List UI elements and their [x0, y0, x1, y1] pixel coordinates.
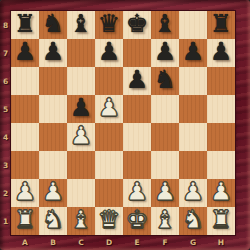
square-b3[interactable] — [39, 151, 67, 179]
rank-label-1: 1 — [0, 207, 11, 235]
square-a4[interactable] — [11, 123, 39, 151]
rank-label-3: 3 — [0, 151, 11, 179]
square-g5[interactable] — [179, 95, 207, 123]
rank-labels: 87654321 — [0, 11, 11, 235]
rank-label-6: 6 — [0, 67, 11, 95]
square-f2[interactable]: ♟ — [151, 179, 179, 207]
piece-black-pawn-e6[interactable]: ♟ — [126, 66, 148, 94]
piece-white-pawn-a2[interactable]: ♟ — [14, 178, 36, 206]
piece-black-rook-h8[interactable]: ♜ — [210, 10, 232, 38]
piece-black-pawn-d7[interactable]: ♟ — [98, 38, 120, 66]
square-a8[interactable]: ♜ — [11, 11, 39, 39]
piece-black-knight-f6[interactable]: ♞ — [154, 66, 176, 94]
square-b1[interactable]: ♞ — [39, 207, 67, 235]
square-g7[interactable]: ♟ — [179, 39, 207, 67]
piece-black-pawn-b7[interactable]: ♟ — [42, 38, 64, 66]
square-g6[interactable] — [179, 67, 207, 95]
square-c1[interactable]: ♝ — [67, 207, 95, 235]
file-label-b: B — [39, 235, 67, 250]
piece-white-pawn-e2[interactable]: ♟ — [126, 178, 148, 206]
square-d1[interactable]: ♛ — [95, 207, 123, 235]
square-e8[interactable]: ♚ — [123, 11, 151, 39]
rank-label-4: 4 — [0, 123, 11, 151]
piece-black-bishop-c8[interactable]: ♝ — [70, 10, 92, 38]
piece-black-knight-b8[interactable]: ♞ — [42, 10, 64, 38]
piece-white-pawn-g2[interactable]: ♟ — [182, 178, 204, 206]
square-d4[interactable] — [95, 123, 123, 151]
file-label-g: G — [179, 235, 207, 250]
square-f3[interactable] — [151, 151, 179, 179]
piece-white-knight-g1[interactable]: ♞ — [182, 206, 204, 234]
square-b7[interactable]: ♟ — [39, 39, 67, 67]
square-d5[interactable]: ♟ — [95, 95, 123, 123]
chess-board[interactable]: ♜♞♝♛♚♝♜♟♟♟♟♟♟♟♞♟♟♟♟♟♟♟♟♟♜♞♝♛♚♝♞♜ — [11, 11, 235, 235]
square-a2[interactable]: ♟ — [11, 179, 39, 207]
piece-white-rook-h1[interactable]: ♜ — [210, 206, 232, 234]
piece-white-bishop-f1[interactable]: ♝ — [154, 206, 176, 234]
square-a7[interactable]: ♟ — [11, 39, 39, 67]
square-c7[interactable] — [67, 39, 95, 67]
rank-label-8: 8 — [0, 11, 11, 39]
piece-white-pawn-c4[interactable]: ♟ — [70, 122, 92, 150]
square-d2[interactable] — [95, 179, 123, 207]
square-c8[interactable]: ♝ — [67, 11, 95, 39]
piece-black-pawn-h7[interactable]: ♟ — [210, 38, 232, 66]
square-e4[interactable] — [123, 123, 151, 151]
square-d7[interactable]: ♟ — [95, 39, 123, 67]
square-h8[interactable]: ♜ — [207, 11, 235, 39]
piece-black-king-e8[interactable]: ♚ — [126, 10, 148, 38]
piece-white-king-e1[interactable]: ♚ — [126, 206, 148, 234]
piece-white-pawn-d5[interactable]: ♟ — [98, 94, 120, 122]
file-label-c: C — [67, 235, 95, 250]
rank-label-7: 7 — [0, 39, 11, 67]
piece-black-pawn-f7[interactable]: ♟ — [154, 38, 176, 66]
square-c4[interactable]: ♟ — [67, 123, 95, 151]
square-f7[interactable]: ♟ — [151, 39, 179, 67]
file-label-e: E — [123, 235, 151, 250]
square-c2[interactable] — [67, 179, 95, 207]
file-label-d: D — [95, 235, 123, 250]
square-b6[interactable] — [39, 67, 67, 95]
square-e5[interactable] — [123, 95, 151, 123]
square-a5[interactable] — [11, 95, 39, 123]
piece-black-rook-a8[interactable]: ♜ — [14, 10, 36, 38]
piece-black-queen-d8[interactable]: ♛ — [98, 10, 120, 38]
file-label-h: H — [207, 235, 235, 250]
piece-black-bishop-f8[interactable]: ♝ — [154, 10, 176, 38]
square-e6[interactable]: ♟ — [123, 67, 151, 95]
square-b4[interactable] — [39, 123, 67, 151]
square-e3[interactable] — [123, 151, 151, 179]
square-a6[interactable] — [11, 67, 39, 95]
square-f4[interactable] — [151, 123, 179, 151]
piece-white-queen-d1[interactable]: ♛ — [98, 206, 120, 234]
square-d8[interactable]: ♛ — [95, 11, 123, 39]
square-h1[interactable]: ♜ — [207, 207, 235, 235]
square-g4[interactable] — [179, 123, 207, 151]
piece-black-pawn-a7[interactable]: ♟ — [14, 38, 36, 66]
square-f6[interactable]: ♞ — [151, 67, 179, 95]
square-g2[interactable]: ♟ — [179, 179, 207, 207]
square-g8[interactable] — [179, 11, 207, 39]
square-e7[interactable] — [123, 39, 151, 67]
file-labels: ABCDEFGH — [11, 235, 235, 250]
square-h7[interactable]: ♟ — [207, 39, 235, 67]
square-e2[interactable]: ♟ — [123, 179, 151, 207]
square-h6[interactable] — [207, 67, 235, 95]
square-b5[interactable] — [39, 95, 67, 123]
square-d3[interactable] — [95, 151, 123, 179]
square-b8[interactable]: ♞ — [39, 11, 67, 39]
piece-white-pawn-b2[interactable]: ♟ — [42, 178, 64, 206]
square-g3[interactable] — [179, 151, 207, 179]
file-label-a: A — [11, 235, 39, 250]
square-h4[interactable] — [207, 123, 235, 151]
square-h5[interactable] — [207, 95, 235, 123]
square-h3[interactable] — [207, 151, 235, 179]
square-c6[interactable] — [67, 67, 95, 95]
square-b2[interactable]: ♟ — [39, 179, 67, 207]
piece-black-pawn-g7[interactable]: ♟ — [182, 38, 204, 66]
piece-white-pawn-f2[interactable]: ♟ — [154, 178, 176, 206]
square-g1[interactable]: ♞ — [179, 207, 207, 235]
piece-white-knight-b1[interactable]: ♞ — [42, 206, 64, 234]
piece-white-rook-a1[interactable]: ♜ — [14, 206, 36, 234]
piece-white-pawn-h2[interactable]: ♟ — [210, 178, 232, 206]
square-c3[interactable] — [67, 151, 95, 179]
rank-label-5: 5 — [0, 95, 11, 123]
square-f1[interactable]: ♝ — [151, 207, 179, 235]
piece-black-pawn-c5[interactable]: ♟ — [70, 94, 92, 122]
piece-white-bishop-c1[interactable]: ♝ — [70, 206, 92, 234]
square-h2[interactable]: ♟ — [207, 179, 235, 207]
square-a3[interactable] — [11, 151, 39, 179]
square-c5[interactable]: ♟ — [67, 95, 95, 123]
chessboard-app: ♜♞♝♛♚♝♜♟♟♟♟♟♟♟♞♟♟♟♟♟♟♟♟♟♜♞♝♛♚♝♞♜ 8765432… — [0, 0, 250, 250]
file-label-f: F — [151, 235, 179, 250]
square-a1[interactable]: ♜ — [11, 207, 39, 235]
square-f5[interactable] — [151, 95, 179, 123]
square-f8[interactable]: ♝ — [151, 11, 179, 39]
square-e1[interactable]: ♚ — [123, 207, 151, 235]
square-d6[interactable] — [95, 67, 123, 95]
rank-label-2: 2 — [0, 179, 11, 207]
